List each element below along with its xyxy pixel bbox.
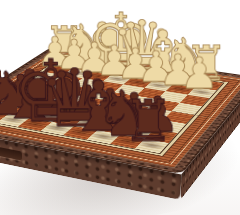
pawn-glyph: ♟	[180, 52, 219, 95]
rook-glyph: ♜	[123, 93, 174, 150]
board-margin: ♜♞♝♚♛♝♞♜♟♟♟♟♟♟♟♟♟♟♟♟♟♟♟♟♜♞♝♚♛♝♞♜	[0, 57, 229, 157]
chess-board: ♜♞♝♚♛♝♞♜♟♟♟♟♟♟♟♟♟♟♟♟♟♟♟♟♜♞♝♚♛♝♞♜	[0, 47, 240, 174]
product-photo: ♜♞♝♚♛♝♞♜♟♟♟♟♟♟♟♟♟♟♟♟♟♟♟♟♜♞♝♚♛♝♞♜	[0, 0, 240, 215]
board-grid: ♜♞♝♚♛♝♞♜♟♟♟♟♟♟♟♟♟♟♟♟♟♟♟♟♜♞♝♚♛♝♞♜	[0, 59, 223, 154]
clasp-latch	[0, 145, 22, 161]
scene: ♜♞♝♚♛♝♞♜♟♟♟♟♟♟♟♟♟♟♟♟♟♟♟♟♜♞♝♚♛♝♞♜	[0, 0, 240, 215]
